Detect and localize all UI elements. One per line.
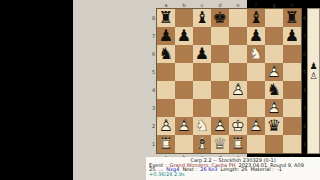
rank-label: 3 xyxy=(302,99,307,117)
square-a6[interactable]: ♞ xyxy=(157,45,175,63)
rank-label: 5 xyxy=(151,63,156,81)
square-e3[interactable] xyxy=(229,99,247,117)
square-d1[interactable]: ♛♕ xyxy=(211,135,229,153)
game-info-panel: Carp 2.2 -- Stockfish 230329 (0-1) Event… xyxy=(146,157,320,180)
square-f7[interactable]: ♟ xyxy=(247,27,265,45)
square-e7[interactable] xyxy=(229,27,247,45)
square-c2[interactable]: ♞♘ xyxy=(193,117,211,135)
rank-label: 2 xyxy=(302,117,307,135)
square-d5[interactable] xyxy=(211,63,229,81)
white-queen-icon: ♛♕ xyxy=(211,135,229,153)
square-c1[interactable]: ♝♗ xyxy=(193,135,211,153)
square-h5[interactable] xyxy=(283,63,301,81)
white-pawn-icon: ♟♙ xyxy=(265,63,283,81)
black-rook-icon: ♜ xyxy=(283,9,301,27)
rank-label: 1 xyxy=(151,135,156,153)
file-label: g xyxy=(265,2,283,8)
square-b8[interactable] xyxy=(175,9,193,27)
square-f8[interactable]: ♝ xyxy=(247,9,265,27)
square-f1[interactable] xyxy=(247,135,265,153)
square-g2[interactable]: ♛ xyxy=(265,117,283,135)
file-label: b xyxy=(175,2,193,8)
rank-label: 5 xyxy=(302,63,307,81)
black-knight-icon: ♞ xyxy=(265,81,283,99)
black-pawn-icon: ♟ xyxy=(308,61,319,71)
letterbox-left xyxy=(0,0,73,180)
square-e2[interactable]: ♚♔ xyxy=(229,117,247,135)
square-c6[interactable]: ♟ xyxy=(193,45,211,63)
length-label: Length: 26 xyxy=(221,166,248,172)
rank-labels-left: 87654321 xyxy=(151,9,156,153)
black-bishop-icon: ♝ xyxy=(247,9,265,27)
square-d2[interactable]: ♟♙ xyxy=(211,117,229,135)
next-move: 26 Ke3 xyxy=(200,166,217,172)
white-knight-icon: ♞♘ xyxy=(193,117,211,135)
material-value: -1 xyxy=(277,166,282,172)
white-rook-icon: ♜♖ xyxy=(229,135,247,153)
square-d3[interactable] xyxy=(211,99,229,117)
square-a5[interactable] xyxy=(157,63,175,81)
square-g4[interactable]: ♞ xyxy=(265,81,283,99)
rank-label: 2 xyxy=(151,117,156,135)
square-g7[interactable] xyxy=(265,27,283,45)
black-pawn-icon: ♟ xyxy=(283,27,301,45)
file-labels-top: abcdefgh xyxy=(157,2,301,8)
square-d6[interactable] xyxy=(211,45,229,63)
square-h2[interactable] xyxy=(283,117,301,135)
eval-line: +0.36/28 2.9s xyxy=(146,172,320,177)
square-g8[interactable] xyxy=(265,9,283,27)
rank-label: 8 xyxy=(151,9,156,27)
square-c4[interactable] xyxy=(193,81,211,99)
square-e6[interactable] xyxy=(229,45,247,63)
white-bishop-icon: ♝♗ xyxy=(193,135,211,153)
square-f2[interactable]: ♟♙ xyxy=(247,117,265,135)
square-d7[interactable] xyxy=(211,27,229,45)
black-pawn-icon: ♟ xyxy=(157,27,175,45)
square-a7[interactable]: ♟ xyxy=(157,27,175,45)
square-c7[interactable] xyxy=(193,27,211,45)
black-queen-icon: ♛ xyxy=(265,117,283,135)
black-pawn-icon: ♟ xyxy=(247,27,265,45)
material-label: Material : xyxy=(250,166,274,172)
black-pawn-icon: ♟ xyxy=(175,27,193,45)
rank-label: 6 xyxy=(151,45,156,63)
square-a2[interactable]: ♟♙ xyxy=(157,117,175,135)
white-pawn-icon: ♟♙ xyxy=(308,71,319,81)
black-knight-icon: ♞ xyxy=(157,45,175,63)
square-a3[interactable] xyxy=(157,99,175,117)
square-g3[interactable]: ♟♙ xyxy=(265,99,283,117)
square-e1[interactable]: ♜♖ xyxy=(229,135,247,153)
square-e4[interactable]: ♟♙ xyxy=(229,81,247,99)
rank-label: 7 xyxy=(151,27,156,45)
white-rook-icon: ♜♖ xyxy=(157,135,175,153)
rank-label: 7 xyxy=(302,27,307,45)
black-pawn-icon: ♟ xyxy=(193,45,211,63)
square-f4[interactable] xyxy=(247,81,265,99)
square-a4[interactable] xyxy=(157,81,175,99)
black-king-icon: ♚ xyxy=(211,9,229,27)
square-b7[interactable]: ♟ xyxy=(175,27,193,45)
square-c8[interactable]: ♝ xyxy=(193,9,211,27)
square-h7[interactable]: ♟ xyxy=(283,27,301,45)
square-f5[interactable] xyxy=(247,63,265,81)
square-d8[interactable]: ♚ xyxy=(211,9,229,27)
black-bishop-icon: ♝ xyxy=(193,9,211,27)
rank-label: 6 xyxy=(302,45,307,63)
white-knight-icon: ♞♘ xyxy=(247,45,265,63)
white-pawn-icon: ♟♙ xyxy=(265,99,283,117)
white-pawn-icon: ♟♙ xyxy=(157,117,175,135)
square-f6[interactable]: ♞♘ xyxy=(247,45,265,63)
square-b4[interactable] xyxy=(175,81,193,99)
white-pawn-icon: ♟♙ xyxy=(247,117,265,135)
square-h3[interactable] xyxy=(283,99,301,117)
rank-label: 1 xyxy=(302,135,307,153)
black-rook-icon: ♜ xyxy=(157,9,175,27)
square-a8[interactable]: ♜ xyxy=(157,9,175,27)
square-g5[interactable]: ♟♙ xyxy=(265,63,283,81)
white-pawn-icon: ♟♙ xyxy=(175,117,193,135)
material-strip: ♟♟♙ xyxy=(308,9,319,153)
square-b2[interactable]: ♟♙ xyxy=(175,117,193,135)
square-g6[interactable] xyxy=(265,45,283,63)
square-h1[interactable] xyxy=(283,135,301,153)
square-c3[interactable] xyxy=(193,99,211,117)
rank-label: 4 xyxy=(302,81,307,99)
video-frame: abcdefgh abcdefgh 87654321 87654321 ♜♝♚♝… xyxy=(0,0,320,180)
square-b6[interactable] xyxy=(175,45,193,63)
rank-labels-right: 87654321 xyxy=(302,9,307,153)
rank-label: 4 xyxy=(151,81,156,99)
file-label: e xyxy=(229,2,247,8)
rank-label: 3 xyxy=(151,99,156,117)
square-e5[interactable] xyxy=(229,63,247,81)
square-a1[interactable]: ♜♖ xyxy=(157,135,175,153)
board: ♜♝♚♝♜♟♟♟♟♞♟♞♘♟♙♟♙♞♟♙♟♙♟♙♞♘♟♙♚♔♟♙♛♜♖♝♗♛♕♜… xyxy=(157,9,301,153)
square-c5[interactable] xyxy=(193,63,211,81)
square-b1[interactable] xyxy=(175,135,193,153)
chess-gui-panel: abcdefgh abcdefgh 87654321 87654321 ♜♝♚♝… xyxy=(73,0,247,180)
square-b5[interactable] xyxy=(175,63,193,81)
white-pawn-icon: ♟♙ xyxy=(211,117,229,135)
rank-label: 8 xyxy=(302,9,307,27)
white-king-icon: ♚♔ xyxy=(229,117,247,135)
square-h4[interactable] xyxy=(283,81,301,99)
square-h8[interactable]: ♜ xyxy=(283,9,301,27)
square-d4[interactable] xyxy=(211,81,229,99)
square-f3[interactable] xyxy=(247,99,265,117)
square-g1[interactable] xyxy=(265,135,283,153)
square-b3[interactable] xyxy=(175,99,193,117)
square-h6[interactable] xyxy=(283,45,301,63)
white-pawn-icon: ♟♙ xyxy=(229,81,247,99)
square-e8[interactable] xyxy=(229,9,247,27)
